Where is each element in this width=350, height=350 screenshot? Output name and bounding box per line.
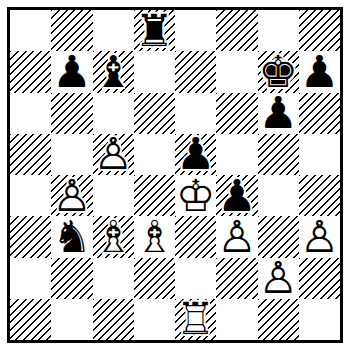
- square-f1[interactable]: [216, 299, 257, 340]
- square-a4[interactable]: [10, 175, 51, 216]
- white-rook[interactable]: ♜♖: [175, 299, 216, 340]
- square-c7[interactable]: ♝♝: [93, 51, 134, 92]
- black-rook[interactable]: ♜♜: [134, 10, 175, 51]
- square-b1[interactable]: [51, 299, 92, 340]
- square-h2[interactable]: [299, 258, 340, 299]
- square-h6[interactable]: [299, 93, 340, 134]
- piece-glyph: ♟: [258, 93, 299, 134]
- square-d7[interactable]: [134, 51, 175, 92]
- piece-glyph: ♙: [93, 134, 134, 175]
- square-d8[interactable]: ♜♜: [134, 10, 175, 51]
- square-a3[interactable]: [10, 216, 51, 257]
- piece-glyph: ♟: [51, 51, 92, 92]
- black-knight[interactable]: ♞♞: [51, 216, 92, 257]
- square-e5[interactable]: ♟♟: [175, 134, 216, 175]
- square-g2[interactable]: ♟♙: [258, 258, 299, 299]
- white-pawn[interactable]: ♟♙: [258, 258, 299, 299]
- black-bishop[interactable]: ♝♝: [93, 51, 134, 92]
- square-a1[interactable]: [10, 299, 51, 340]
- white-pawn[interactable]: ♟♙: [93, 134, 134, 175]
- square-f2[interactable]: [216, 258, 257, 299]
- black-pawn[interactable]: ♟♟: [175, 134, 216, 175]
- square-c5[interactable]: ♟♙: [93, 134, 134, 175]
- piece-glyph: ♜: [134, 10, 175, 51]
- black-pawn[interactable]: ♟♟: [299, 51, 340, 92]
- square-a7[interactable]: [10, 51, 51, 92]
- square-e7[interactable]: [175, 51, 216, 92]
- square-f7[interactable]: [216, 51, 257, 92]
- square-d3[interactable]: ♝♗: [134, 216, 175, 257]
- square-e3[interactable]: [175, 216, 216, 257]
- piece-glyph: ♟: [175, 134, 216, 175]
- square-d5[interactable]: [134, 134, 175, 175]
- diagram-frame: ♜♜♟♟♝♝♚♚♟♟♟♟♟♙♟♟♟♙♚♔♟♟♞♞♝♗♝♗♟♙♟♙♟♙♜♖: [0, 0, 350, 350]
- piece-glyph: ♙: [258, 258, 299, 299]
- square-f5[interactable]: [216, 134, 257, 175]
- square-a6[interactable]: [10, 93, 51, 134]
- square-e4[interactable]: ♚♔: [175, 175, 216, 216]
- square-f8[interactable]: [216, 10, 257, 51]
- square-g5[interactable]: [258, 134, 299, 175]
- piece-glyph: ♗: [93, 216, 134, 257]
- square-h7[interactable]: ♟♟: [299, 51, 340, 92]
- square-b5[interactable]: [51, 134, 92, 175]
- white-bishop[interactable]: ♝♗: [134, 216, 175, 257]
- white-bishop[interactable]: ♝♗: [93, 216, 134, 257]
- piece-glyph: ♔: [175, 175, 216, 216]
- square-c1[interactable]: [93, 299, 134, 340]
- piece-glyph: ♙: [216, 216, 257, 257]
- square-a5[interactable]: [10, 134, 51, 175]
- square-h5[interactable]: [299, 134, 340, 175]
- white-pawn[interactable]: ♟♙: [299, 216, 340, 257]
- piece-glyph: ♟: [299, 51, 340, 92]
- square-h1[interactable]: [299, 299, 340, 340]
- square-d1[interactable]: [134, 299, 175, 340]
- black-pawn[interactable]: ♟♟: [51, 51, 92, 92]
- square-b6[interactable]: [51, 93, 92, 134]
- square-d6[interactable]: [134, 93, 175, 134]
- square-g6[interactable]: ♟♟: [258, 93, 299, 134]
- square-d2[interactable]: [134, 258, 175, 299]
- square-e1[interactable]: ♜♖: [175, 299, 216, 340]
- square-f6[interactable]: [216, 93, 257, 134]
- square-b2[interactable]: [51, 258, 92, 299]
- square-c2[interactable]: [93, 258, 134, 299]
- square-a2[interactable]: [10, 258, 51, 299]
- black-pawn[interactable]: ♟♟: [258, 93, 299, 134]
- piece-glyph: ♗: [134, 216, 175, 257]
- white-king[interactable]: ♚♔: [175, 175, 216, 216]
- piece-glyph: ♝: [93, 51, 134, 92]
- piece-glyph: ♖: [175, 299, 216, 340]
- square-g1[interactable]: [258, 299, 299, 340]
- piece-glyph: ♞: [51, 216, 92, 257]
- white-pawn[interactable]: ♟♙: [216, 216, 257, 257]
- square-b7[interactable]: ♟♟: [51, 51, 92, 92]
- square-h3[interactable]: ♟♙: [299, 216, 340, 257]
- piece-glyph: ♙: [299, 216, 340, 257]
- square-e8[interactable]: [175, 10, 216, 51]
- square-g4[interactable]: [258, 175, 299, 216]
- chess-board: ♜♜♟♟♝♝♚♚♟♟♟♟♟♙♟♟♟♙♚♔♟♟♞♞♝♗♝♗♟♙♟♙♟♙♜♖: [7, 7, 343, 343]
- square-b3[interactable]: ♞♞: [51, 216, 92, 257]
- square-a8[interactable]: [10, 10, 51, 51]
- square-c3[interactable]: ♝♗: [93, 216, 134, 257]
- square-f3[interactable]: ♟♙: [216, 216, 257, 257]
